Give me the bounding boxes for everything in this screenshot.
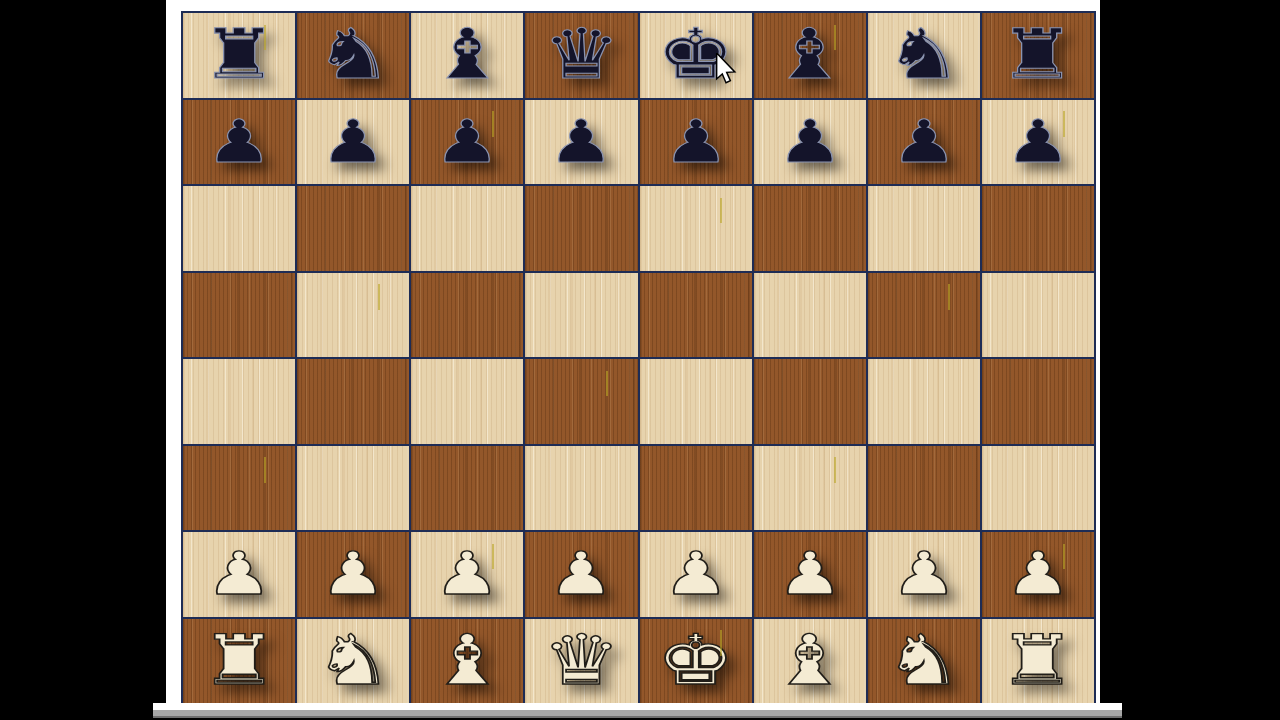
piece-white-rook[interactable]: ♜ xyxy=(999,626,1077,695)
square-h3[interactable] xyxy=(982,446,1094,531)
square-c1[interactable]: ♝ xyxy=(411,619,523,704)
piece-black-pawn[interactable]: ♟ xyxy=(891,112,958,171)
piece-black-pawn[interactable]: ♟ xyxy=(776,112,843,171)
square-f8[interactable]: ♝ xyxy=(754,13,866,98)
square-g7[interactable]: ♟ xyxy=(868,100,980,185)
square-h4[interactable] xyxy=(982,359,1094,444)
square-e7[interactable]: ♟ xyxy=(640,100,752,185)
square-h8[interactable]: ♜ xyxy=(982,13,1094,98)
square-a7[interactable]: ♟ xyxy=(183,100,295,185)
square-c8[interactable]: ♝ xyxy=(411,13,523,98)
square-g2[interactable]: ♟ xyxy=(868,532,980,617)
piece-white-pawn[interactable]: ♟ xyxy=(1005,545,1072,604)
square-g8[interactable]: ♞ xyxy=(868,13,980,98)
square-c3[interactable] xyxy=(411,446,523,531)
piece-white-bishop[interactable]: ♝ xyxy=(428,626,506,695)
square-c4[interactable] xyxy=(411,359,523,444)
square-a8[interactable]: ♜ xyxy=(183,13,295,98)
piece-black-knight[interactable]: ♞ xyxy=(885,21,963,90)
piece-black-pawn[interactable]: ♟ xyxy=(434,112,501,171)
page-bottom-strip xyxy=(153,703,1122,710)
piece-black-queen[interactable]: ♛ xyxy=(542,21,620,90)
square-d2[interactable]: ♟ xyxy=(525,532,637,617)
piece-white-knight[interactable]: ♞ xyxy=(885,626,963,695)
piece-black-knight[interactable]: ♞ xyxy=(314,21,392,90)
square-e4[interactable] xyxy=(640,359,752,444)
piece-white-pawn[interactable]: ♟ xyxy=(206,545,273,604)
square-b5[interactable] xyxy=(297,273,409,358)
square-a6[interactable] xyxy=(183,186,295,271)
square-e2[interactable]: ♟ xyxy=(640,532,752,617)
square-b4[interactable] xyxy=(297,359,409,444)
piece-black-pawn[interactable]: ♟ xyxy=(548,112,615,171)
square-a4[interactable] xyxy=(183,359,295,444)
square-h2[interactable]: ♟ xyxy=(982,532,1094,617)
piece-white-pawn[interactable]: ♟ xyxy=(891,545,958,604)
square-f6[interactable] xyxy=(754,186,866,271)
square-b6[interactable] xyxy=(297,186,409,271)
piece-black-king[interactable]: ♚ xyxy=(657,21,735,90)
square-b8[interactable]: ♞ xyxy=(297,13,409,98)
piece-white-pawn[interactable]: ♟ xyxy=(662,545,729,604)
square-g3[interactable] xyxy=(868,446,980,531)
square-e6[interactable] xyxy=(640,186,752,271)
piece-white-pawn[interactable]: ♟ xyxy=(776,545,843,604)
piece-black-bishop[interactable]: ♝ xyxy=(428,21,506,90)
square-g6[interactable] xyxy=(868,186,980,271)
piece-black-bishop[interactable]: ♝ xyxy=(771,21,849,90)
square-a2[interactable]: ♟ xyxy=(183,532,295,617)
piece-white-rook[interactable]: ♜ xyxy=(200,626,278,695)
square-f5[interactable] xyxy=(754,273,866,358)
square-d5[interactable] xyxy=(525,273,637,358)
square-h1[interactable]: ♜ xyxy=(982,619,1094,704)
square-e1[interactable]: ♚ xyxy=(640,619,752,704)
piece-black-pawn[interactable]: ♟ xyxy=(662,112,729,171)
square-f4[interactable] xyxy=(754,359,866,444)
square-d4[interactable] xyxy=(525,359,637,444)
square-e5[interactable] xyxy=(640,273,752,358)
piece-white-knight[interactable]: ♞ xyxy=(314,626,392,695)
square-d7[interactable]: ♟ xyxy=(525,100,637,185)
square-b3[interactable] xyxy=(297,446,409,531)
square-f7[interactable]: ♟ xyxy=(754,100,866,185)
piece-black-rook[interactable]: ♜ xyxy=(999,21,1077,90)
square-a1[interactable]: ♜ xyxy=(183,619,295,704)
square-b1[interactable]: ♞ xyxy=(297,619,409,704)
piece-white-queen[interactable]: ♛ xyxy=(542,626,620,695)
piece-white-pawn[interactable]: ♟ xyxy=(434,545,501,604)
square-d1[interactable]: ♛ xyxy=(525,619,637,704)
square-h7[interactable]: ♟ xyxy=(982,100,1094,185)
piece-black-pawn[interactable]: ♟ xyxy=(320,112,387,171)
square-f2[interactable]: ♟ xyxy=(754,532,866,617)
square-c2[interactable]: ♟ xyxy=(411,532,523,617)
piece-white-pawn[interactable]: ♟ xyxy=(320,545,387,604)
square-g1[interactable]: ♞ xyxy=(868,619,980,704)
square-h6[interactable] xyxy=(982,186,1094,271)
square-d6[interactable] xyxy=(525,186,637,271)
square-c5[interactable] xyxy=(411,273,523,358)
square-h5[interactable] xyxy=(982,273,1094,358)
piece-white-king[interactable]: ♚ xyxy=(657,626,735,695)
chess-board: ♜♞♝♛♚♝♞♜♟♟♟♟♟♟♟♟♟♟♟♟♟♟♟♟♜♞♝♛♚♝♞♜ xyxy=(181,11,1096,705)
piece-black-pawn[interactable]: ♟ xyxy=(1005,112,1072,171)
square-a3[interactable] xyxy=(183,446,295,531)
piece-black-rook[interactable]: ♜ xyxy=(200,21,278,90)
square-c6[interactable] xyxy=(411,186,523,271)
square-f3[interactable] xyxy=(754,446,866,531)
square-d3[interactable] xyxy=(525,446,637,531)
bottom-gray-bar xyxy=(153,710,1122,718)
square-g5[interactable] xyxy=(868,273,980,358)
square-d8[interactable]: ♛ xyxy=(525,13,637,98)
piece-white-bishop[interactable]: ♝ xyxy=(771,626,849,695)
square-c7[interactable]: ♟ xyxy=(411,100,523,185)
square-e8[interactable]: ♚ xyxy=(640,13,752,98)
piece-black-pawn[interactable]: ♟ xyxy=(206,112,273,171)
piece-white-pawn[interactable]: ♟ xyxy=(548,545,615,604)
square-b7[interactable]: ♟ xyxy=(297,100,409,185)
square-b2[interactable]: ♟ xyxy=(297,532,409,617)
square-g4[interactable] xyxy=(868,359,980,444)
square-f1[interactable]: ♝ xyxy=(754,619,866,704)
square-e3[interactable] xyxy=(640,446,752,531)
square-a5[interactable] xyxy=(183,273,295,358)
